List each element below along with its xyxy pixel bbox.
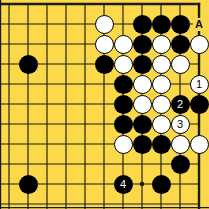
go-point-8-4 bbox=[133, 54, 152, 74]
white-stone bbox=[152, 115, 171, 134]
go-point-8-2 bbox=[133, 14, 152, 34]
go-point-9-3 bbox=[152, 34, 171, 54]
black-stone bbox=[114, 115, 133, 134]
go-point-7-3 bbox=[114, 34, 133, 54]
go-point-9-6 bbox=[152, 94, 171, 114]
go-point-10-2 bbox=[171, 14, 190, 34]
go-point-10-7: 3 bbox=[171, 114, 190, 134]
black-stone bbox=[190, 95, 209, 114]
white-stone-move-3: 3 bbox=[171, 115, 190, 134]
white-stone bbox=[171, 55, 190, 74]
go-board-grid: 1234A bbox=[0, 0, 209, 209]
go-point-9-2 bbox=[152, 14, 171, 34]
white-stone bbox=[114, 35, 133, 54]
go-point-8-3 bbox=[133, 34, 152, 54]
point-label-A: A bbox=[193, 18, 205, 31]
go-point-6-2 bbox=[95, 14, 114, 34]
black-stone bbox=[133, 115, 152, 134]
white-stone bbox=[190, 135, 209, 154]
go-point-7-7 bbox=[114, 114, 133, 134]
black-stone bbox=[133, 15, 152, 34]
white-stone bbox=[190, 35, 209, 54]
black-stone bbox=[152, 175, 171, 194]
black-stone bbox=[19, 175, 38, 194]
black-stone bbox=[171, 15, 190, 34]
white-stone bbox=[114, 55, 133, 74]
black-stone bbox=[95, 55, 114, 74]
white-stone bbox=[95, 15, 114, 34]
go-point-10-8 bbox=[171, 134, 190, 154]
go-point-7-4 bbox=[114, 54, 133, 74]
black-stone bbox=[133, 35, 152, 54]
black-stone bbox=[19, 55, 38, 74]
go-point-8-8 bbox=[133, 134, 152, 154]
white-stone bbox=[114, 135, 133, 154]
go-point-8-6 bbox=[133, 94, 152, 114]
black-stone bbox=[152, 135, 171, 154]
go-board-diagram[interactable]: 1234A bbox=[0, 0, 209, 209]
white-stone bbox=[152, 95, 171, 114]
black-stone bbox=[171, 35, 190, 54]
go-point-7-6 bbox=[114, 94, 133, 114]
black-stone-move-4: 4 bbox=[114, 175, 133, 194]
go-point-2-10 bbox=[19, 174, 38, 194]
white-stone-move-1: 1 bbox=[190, 75, 209, 94]
white-stone bbox=[152, 75, 171, 94]
go-point-11-8 bbox=[190, 134, 209, 154]
black-stone-move-2: 2 bbox=[171, 95, 190, 114]
white-stone bbox=[95, 35, 114, 54]
go-point-9-10 bbox=[152, 174, 171, 194]
go-point-10-6: 2 bbox=[171, 94, 190, 114]
go-point-9-5 bbox=[152, 74, 171, 94]
go-point-10-3 bbox=[171, 34, 190, 54]
go-point-10-9 bbox=[171, 154, 190, 174]
go-point-11-3 bbox=[190, 34, 209, 54]
go-point-9-4 bbox=[152, 54, 171, 74]
go-point-7-5 bbox=[114, 74, 133, 94]
go-point-6-4 bbox=[95, 54, 114, 74]
go-point-8-5 bbox=[133, 74, 152, 94]
go-point-9-7 bbox=[152, 114, 171, 134]
go-point-6-3 bbox=[95, 34, 114, 54]
go-point-7-10: 4 bbox=[114, 174, 133, 194]
go-point-label-A: A bbox=[190, 14, 209, 34]
go-point-11-5: 1 bbox=[190, 74, 209, 94]
go-point-8-7 bbox=[133, 114, 152, 134]
white-stone bbox=[152, 35, 171, 54]
go-point-7-8 bbox=[114, 134, 133, 154]
black-stone bbox=[114, 75, 133, 94]
go-point-10-4 bbox=[171, 54, 190, 74]
white-stone bbox=[152, 55, 171, 74]
black-stone bbox=[133, 55, 152, 74]
go-point-11-6 bbox=[190, 94, 209, 114]
white-stone bbox=[133, 75, 152, 94]
go-point-2-4 bbox=[19, 54, 38, 74]
white-stone bbox=[171, 135, 190, 154]
black-stone bbox=[114, 95, 133, 114]
black-stone bbox=[133, 135, 152, 154]
black-stone bbox=[152, 15, 171, 34]
black-stone bbox=[171, 155, 190, 174]
go-point-9-8 bbox=[152, 134, 171, 154]
white-stone bbox=[133, 95, 152, 114]
